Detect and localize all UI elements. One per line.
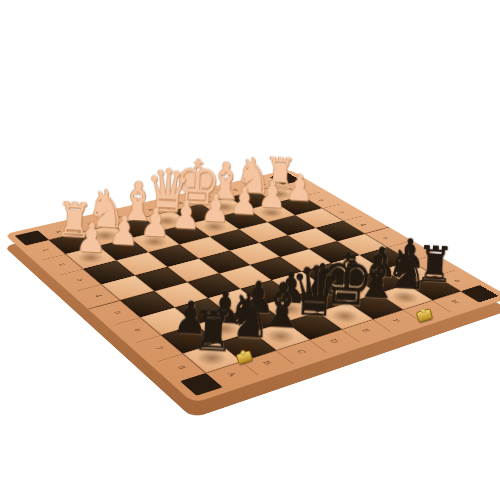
white-pawn-glyph: ♟: [61, 216, 122, 259]
board-grid: 12345678H♜♟♟♜HG♞♟♟♞GF♝♟♟♝FE♚♟♟♚ED♛♟♟♛DC♝…: [15, 173, 499, 396]
board-face: 12345678H♜♟♟♜HG♞♟♟♞GF♝♟♟♝FE♚♟♟♚ED♛♟♟♛DC♝…: [4, 169, 500, 403]
chess-board: 12345678H♜♟♟♜HG♞♟♟♞GF♝♟♟♝FE♚♟♟♚ED♛♟♟♛DC♝…: [15, 173, 499, 396]
black-rook-glyph: ♜: [178, 301, 248, 360]
product-photo-stage: 12345678H♜♟♟♜HG♞♟♟♞GF♝♟♟♝FE♚♟♟♚ED♛♟♟♛DC♝…: [0, 0, 500, 500]
